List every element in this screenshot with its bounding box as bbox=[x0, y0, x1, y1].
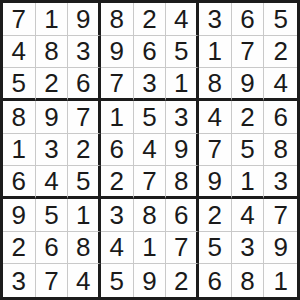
cell-r4c8[interactable]: 2 bbox=[232, 101, 265, 134]
cell-r6c4[interactable]: 2 bbox=[101, 166, 134, 199]
cell-r3c8[interactable]: 9 bbox=[232, 68, 265, 101]
cell-r3c5[interactable]: 3 bbox=[134, 68, 167, 101]
cell-r7c8[interactable]: 4 bbox=[232, 199, 265, 232]
cell-r5c8[interactable]: 5 bbox=[232, 134, 265, 167]
cell-r1c7[interactable]: 3 bbox=[199, 3, 232, 36]
cell-r5c7[interactable]: 7 bbox=[199, 134, 232, 167]
cell-r5c5[interactable]: 4 bbox=[134, 134, 167, 167]
cell-r6c3[interactable]: 5 bbox=[68, 166, 101, 199]
cell-r5c9[interactable]: 8 bbox=[264, 134, 297, 167]
cell-r1c4[interactable]: 8 bbox=[101, 3, 134, 36]
cell-r4c5[interactable]: 5 bbox=[134, 101, 167, 134]
cell-r9c4[interactable]: 5 bbox=[101, 264, 134, 297]
cell-r1c9[interactable]: 5 bbox=[264, 3, 297, 36]
cell-r5c3[interactable]: 2 bbox=[68, 134, 101, 167]
cell-r9c8[interactable]: 8 bbox=[232, 264, 265, 297]
cell-r2c4[interactable]: 9 bbox=[101, 36, 134, 69]
cell-r3c3[interactable]: 6 bbox=[68, 68, 101, 101]
cell-r4c2[interactable]: 9 bbox=[36, 101, 69, 134]
cell-r9c6[interactable]: 2 bbox=[166, 264, 199, 297]
cell-r6c6[interactable]: 8 bbox=[166, 166, 199, 199]
cell-r3c6[interactable]: 1 bbox=[166, 68, 199, 101]
cell-r4c4[interactable]: 1 bbox=[101, 101, 134, 134]
cell-r2c9[interactable]: 2 bbox=[264, 36, 297, 69]
cell-r4c6[interactable]: 3 bbox=[166, 101, 199, 134]
cell-r6c5[interactable]: 7 bbox=[134, 166, 167, 199]
cell-r7c1[interactable]: 9 bbox=[3, 199, 36, 232]
cell-r1c8[interactable]: 6 bbox=[232, 3, 265, 36]
cell-r3c1[interactable]: 5 bbox=[3, 68, 36, 101]
cell-r4c3[interactable]: 7 bbox=[68, 101, 101, 134]
cell-r2c3[interactable]: 3 bbox=[68, 36, 101, 69]
cell-r8c2[interactable]: 6 bbox=[36, 232, 69, 265]
cell-r1c3[interactable]: 9 bbox=[68, 3, 101, 36]
cell-r1c1[interactable]: 7 bbox=[3, 3, 36, 36]
cell-r8c3[interactable]: 8 bbox=[68, 232, 101, 265]
cell-r8c7[interactable]: 5 bbox=[199, 232, 232, 265]
cell-r4c1[interactable]: 8 bbox=[3, 101, 36, 134]
cell-r7c9[interactable]: 7 bbox=[264, 199, 297, 232]
cell-r1c5[interactable]: 2 bbox=[134, 3, 167, 36]
cell-r7c5[interactable]: 8 bbox=[134, 199, 167, 232]
cell-r9c3[interactable]: 4 bbox=[68, 264, 101, 297]
sudoku-puzzle: 7198243654839651725267318948971534261326… bbox=[0, 0, 300, 300]
cell-r9c5[interactable]: 9 bbox=[134, 264, 167, 297]
cell-r2c8[interactable]: 7 bbox=[232, 36, 265, 69]
cell-r8c8[interactable]: 3 bbox=[232, 232, 265, 265]
cell-r3c4[interactable]: 7 bbox=[101, 68, 134, 101]
cell-r8c9[interactable]: 9 bbox=[264, 232, 297, 265]
cell-r3c7[interactable]: 8 bbox=[199, 68, 232, 101]
cell-r5c1[interactable]: 1 bbox=[3, 134, 36, 167]
cell-r7c2[interactable]: 5 bbox=[36, 199, 69, 232]
cell-r8c5[interactable]: 1 bbox=[134, 232, 167, 265]
cell-r6c2[interactable]: 4 bbox=[36, 166, 69, 199]
cell-r5c4[interactable]: 6 bbox=[101, 134, 134, 167]
cell-r6c8[interactable]: 1 bbox=[232, 166, 265, 199]
cell-r7c7[interactable]: 2 bbox=[199, 199, 232, 232]
cell-r3c9[interactable]: 4 bbox=[264, 68, 297, 101]
cell-r7c3[interactable]: 1 bbox=[68, 199, 101, 232]
cell-r6c1[interactable]: 6 bbox=[3, 166, 36, 199]
cell-r4c7[interactable]: 4 bbox=[199, 101, 232, 134]
cell-r2c5[interactable]: 6 bbox=[134, 36, 167, 69]
cell-r2c1[interactable]: 4 bbox=[3, 36, 36, 69]
cell-r6c9[interactable]: 3 bbox=[264, 166, 297, 199]
cell-r2c7[interactable]: 1 bbox=[199, 36, 232, 69]
cell-r2c2[interactable]: 8 bbox=[36, 36, 69, 69]
cell-r9c2[interactable]: 7 bbox=[36, 264, 69, 297]
cell-r7c4[interactable]: 3 bbox=[101, 199, 134, 232]
cell-r9c1[interactable]: 3 bbox=[3, 264, 36, 297]
cell-r3c2[interactable]: 2 bbox=[36, 68, 69, 101]
cell-r2c6[interactable]: 5 bbox=[166, 36, 199, 69]
cell-r8c1[interactable]: 2 bbox=[3, 232, 36, 265]
cell-r1c6[interactable]: 4 bbox=[166, 3, 199, 36]
cell-r9c9[interactable]: 1 bbox=[264, 264, 297, 297]
cell-r1c2[interactable]: 1 bbox=[36, 3, 69, 36]
cell-r8c4[interactable]: 4 bbox=[101, 232, 134, 265]
cell-r8c6[interactable]: 7 bbox=[166, 232, 199, 265]
cell-r4c9[interactable]: 6 bbox=[264, 101, 297, 134]
cell-r5c2[interactable]: 3 bbox=[36, 134, 69, 167]
cell-r9c7[interactable]: 6 bbox=[199, 264, 232, 297]
sudoku-board: 7198243654839651725267318948971534261326… bbox=[0, 0, 300, 300]
cell-r7c6[interactable]: 6 bbox=[166, 199, 199, 232]
cell-r6c7[interactable]: 9 bbox=[199, 166, 232, 199]
cell-r5c6[interactable]: 9 bbox=[166, 134, 199, 167]
